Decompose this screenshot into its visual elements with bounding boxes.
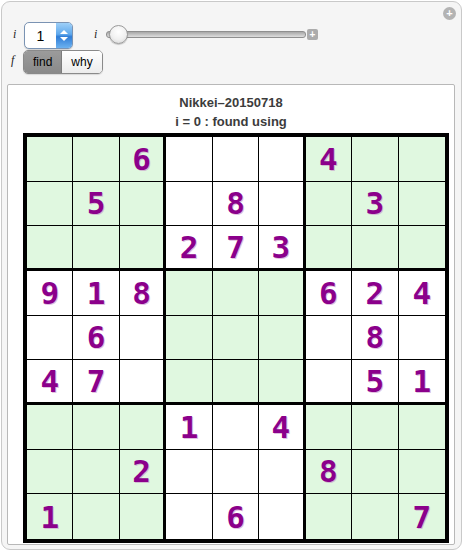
status-line: i = 0 : found using [8, 114, 454, 129]
cell-r8c1 [27, 450, 73, 495]
cell-r6c5 [213, 360, 259, 405]
cell-r7c3 [120, 405, 166, 450]
slider-thumb[interactable] [109, 25, 128, 44]
cell-r7c9 [399, 405, 445, 450]
cell-r3c5: 7 [213, 226, 259, 271]
cell-r8c5 [213, 450, 259, 495]
cell-r4c3: 8 [120, 271, 166, 316]
cell-r2c5: 8 [213, 182, 259, 227]
cell-r2c4 [166, 182, 212, 227]
cell-r6c6 [259, 360, 305, 405]
cell-r4c6 [259, 271, 305, 316]
cell-r6c2: 7 [73, 360, 119, 405]
cell-r4c1: 9 [27, 271, 73, 316]
manipulate-window: i 1 i + f find why + Nikkei–20150718 i =… [1, 1, 462, 550]
cell-r3c4: 2 [166, 226, 212, 271]
cell-r5c9 [399, 316, 445, 361]
cell-r9c5: 6 [213, 494, 259, 539]
cell-r6c8: 5 [352, 360, 398, 405]
cell-r1c9 [399, 137, 445, 182]
cell-r8c9 [399, 450, 445, 495]
cell-r2c1 [27, 182, 73, 227]
popup-value: 1 [25, 23, 56, 48]
cell-r3c2 [73, 226, 119, 271]
why-button[interactable]: why [62, 51, 101, 73]
cell-r9c6 [259, 494, 305, 539]
cell-r9c3 [120, 494, 166, 539]
cell-r3c7 [306, 226, 352, 271]
cell-r2c3 [120, 182, 166, 227]
cell-r8c4 [166, 450, 212, 495]
cell-r3c6: 3 [259, 226, 305, 271]
manipulate-expand-icon[interactable]: + [443, 7, 456, 20]
cell-r9c1: 1 [27, 494, 73, 539]
cell-r4c9: 4 [399, 271, 445, 316]
slider-label: i [94, 27, 97, 42]
cell-r1c7: 4 [306, 137, 352, 182]
cell-r7c7 [306, 405, 352, 450]
popup-label: i [13, 27, 16, 42]
cell-r2c9 [399, 182, 445, 227]
cell-r7c6: 4 [259, 405, 305, 450]
cell-r9c8 [352, 494, 398, 539]
cell-r6c4 [166, 360, 212, 405]
cell-r2c6 [259, 182, 305, 227]
cell-r6c1: 4 [27, 360, 73, 405]
cell-r7c4: 1 [166, 405, 212, 450]
cell-r1c8 [352, 137, 398, 182]
slider-track[interactable] [106, 31, 306, 38]
cell-r7c5 [213, 405, 259, 450]
find-button[interactable]: find [24, 51, 62, 73]
slider-expand-button[interactable]: + [307, 29, 318, 40]
cell-r1c1 [27, 137, 73, 182]
cell-r8c2 [73, 450, 119, 495]
stepper-icon[interactable] [56, 23, 72, 48]
cell-r5c8: 8 [352, 316, 398, 361]
cell-r3c1 [27, 226, 73, 271]
output-panel: Nikkei–20150718 i = 0 : found using 6458… [7, 84, 455, 545]
sudoku-grid: 645832739186246847511428167 [23, 133, 449, 543]
cell-r9c4 [166, 494, 212, 539]
cell-r5c1 [27, 316, 73, 361]
cell-r5c7 [306, 316, 352, 361]
cell-r5c5 [213, 316, 259, 361]
cell-r5c3 [120, 316, 166, 361]
cell-r1c4 [166, 137, 212, 182]
puzzle-title: Nikkei–20150718 [8, 95, 454, 110]
cell-r5c4 [166, 316, 212, 361]
cell-r9c7 [306, 494, 352, 539]
cell-r2c2: 5 [73, 182, 119, 227]
cell-r1c2 [73, 137, 119, 182]
cell-r6c7 [306, 360, 352, 405]
cell-r3c3 [120, 226, 166, 271]
cell-r6c9: 1 [399, 360, 445, 405]
cell-r7c2 [73, 405, 119, 450]
i-popup-menu[interactable]: 1 [24, 22, 73, 49]
cell-r4c2: 1 [73, 271, 119, 316]
f-toggle: find why [23, 50, 103, 74]
cell-r1c3: 6 [120, 137, 166, 182]
cell-r9c2 [73, 494, 119, 539]
toggle-label: f [11, 53, 14, 68]
cell-r5c2: 6 [73, 316, 119, 361]
i-slider[interactable] [106, 24, 311, 44]
cell-r9c9: 7 [399, 494, 445, 539]
cell-r4c4 [166, 271, 212, 316]
cell-r8c6 [259, 450, 305, 495]
cell-r3c9 [399, 226, 445, 271]
cell-r4c8: 2 [352, 271, 398, 316]
cell-r1c6 [259, 137, 305, 182]
cell-r1c5 [213, 137, 259, 182]
cell-r5c6 [259, 316, 305, 361]
cell-r7c8 [352, 405, 398, 450]
cell-r3c8 [352, 226, 398, 271]
cell-r8c7: 8 [306, 450, 352, 495]
cell-r2c8: 3 [352, 182, 398, 227]
cell-r7c1 [27, 405, 73, 450]
cell-r8c3: 2 [120, 450, 166, 495]
cell-r2c7 [306, 182, 352, 227]
cell-r6c3 [120, 360, 166, 405]
cell-r8c8 [352, 450, 398, 495]
cell-r4c7: 6 [306, 271, 352, 316]
cell-r4c5 [213, 271, 259, 316]
